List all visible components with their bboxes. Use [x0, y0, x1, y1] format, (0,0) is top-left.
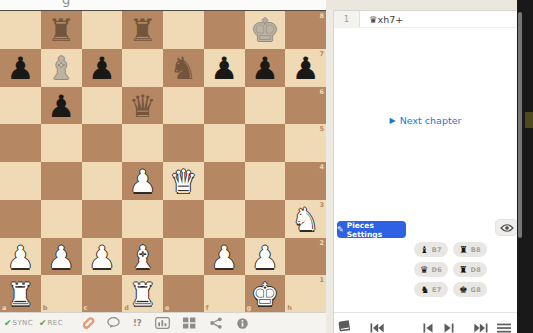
white-pawn-c2[interactable]: ♟ — [82, 238, 123, 276]
panel-footer — [334, 312, 517, 333]
square-label: B8 — [471, 246, 481, 254]
square-f8[interactable] — [204, 11, 245, 49]
piece-glyph: ♜ — [459, 245, 468, 255]
hidden-piece-buttons: ♝B7♜B8♛D6♜D8♞E7♚G8 — [414, 242, 487, 297]
file-label-h: h — [287, 305, 292, 312]
rec-label: REC — [48, 319, 63, 327]
square-h8[interactable]: 8 — [285, 11, 326, 49]
square-c5[interactable] — [82, 124, 123, 162]
sync-toggle[interactable]: ✔ SYNC — [4, 318, 33, 328]
square-c8[interactable] — [82, 11, 123, 49]
square-e1[interactable]: e — [163, 275, 204, 313]
square-a4[interactable] — [0, 162, 41, 200]
comment-bubble-icon[interactable] — [107, 317, 120, 329]
black-pawn-a7[interactable]: ♟ — [0, 49, 41, 87]
file-label-b: b — [43, 305, 48, 312]
black-pawn-b6[interactable]: ♟ — [41, 87, 82, 125]
square-d6[interactable]: ♛ — [122, 87, 163, 125]
square-b8[interactable]: ♜ — [41, 11, 82, 49]
white-pawn-g2[interactable]: ♟ — [245, 238, 286, 276]
square-c3[interactable] — [82, 200, 123, 238]
square-a1[interactable]: a♜ — [0, 275, 41, 313]
ghost-black-rook-d8[interactable]: ♜ — [122, 11, 163, 49]
hidden-piece-button-d6[interactable]: ♛D6 — [414, 262, 448, 277]
hidden-piece-button-b8[interactable]: ♜B8 — [453, 242, 487, 257]
square-a7[interactable]: ♟ — [0, 49, 41, 87]
square-g1[interactable]: g♚ — [245, 275, 286, 313]
square-label: G8 — [471, 286, 481, 294]
ghost-black-queen-d6[interactable]: ♛ — [122, 87, 163, 125]
square-c1[interactable]: c — [82, 275, 123, 313]
move-list-row: 1 ♛xh7+ — [334, 11, 517, 28]
rank-label-2: 2 — [319, 240, 324, 247]
square-d2[interactable]: ♝ — [122, 238, 163, 276]
square-e8[interactable] — [163, 11, 204, 49]
annotation-glyph-icon[interactable]: !? — [133, 318, 142, 328]
page-title-partial: g — [62, 0, 70, 7]
square-g5[interactable] — [245, 124, 286, 162]
square-d1[interactable]: d♜ — [122, 275, 163, 313]
square-label: D8 — [471, 266, 482, 274]
square-f2[interactable]: ♟ — [204, 238, 245, 276]
rank-label-6: 6 — [319, 89, 324, 96]
square-a6[interactable] — [0, 87, 41, 125]
square-f4[interactable] — [204, 162, 245, 200]
black-pawn-g7[interactable]: ♟ — [245, 49, 286, 87]
square-b4[interactable] — [41, 162, 82, 200]
board-grid-icon[interactable] — [183, 317, 196, 329]
chess-board[interactable]: ♜♜♚8♟♝♟♞♟♟7♟♟♛65♟♛43♞♟♟♟♝♟♟2a♜bcd♜efg♚h1 — [0, 10, 326, 312]
panel-top-strip — [326, 0, 517, 10]
book-icon[interactable] — [337, 317, 351, 333]
pieces-settings-label: Pieces Settings — [347, 221, 406, 239]
square-g8[interactable]: ♚ — [245, 11, 286, 49]
edge-highlight — [525, 112, 533, 128]
square-b3[interactable] — [41, 200, 82, 238]
square-a2[interactable]: ♟ — [0, 238, 41, 276]
square-label: E7 — [432, 286, 442, 294]
ghost-black-knight-e7[interactable]: ♞ — [163, 49, 204, 87]
eye-icon — [500, 223, 514, 233]
white-knight-h3[interactable]: ♞ — [285, 200, 326, 238]
next-move-icon[interactable] — [444, 318, 454, 333]
move-san[interactable]: ♛xh7+ — [360, 11, 403, 27]
square-h2[interactable]: 2 — [285, 238, 326, 276]
square-g7[interactable]: ♟ — [245, 49, 286, 87]
rank-label-4: 4 — [319, 164, 324, 171]
visibility-toggle-button[interactable] — [495, 219, 518, 236]
file-label-e: e — [165, 305, 169, 312]
square-f7[interactable]: ♟ — [204, 49, 245, 87]
brush-icon: ✎ — [337, 226, 344, 234]
square-h3[interactable]: 3♞ — [285, 200, 326, 238]
square-c4[interactable] — [82, 162, 123, 200]
app-window: g ♜♜♚8♟♝♟♞♟♟7♟♟♛65♟♛43♞♟♟♟♝♟♟2a♜bcd♜efg♚… — [0, 0, 533, 333]
paperclip-icon[interactable] — [81, 316, 96, 330]
previous-move-icon[interactable] — [423, 318, 433, 333]
next-chapter-label: Next chapter — [400, 115, 462, 126]
square-f3[interactable] — [204, 200, 245, 238]
scrollbar-thumb[interactable] — [518, 12, 522, 238]
square-h7[interactable]: 7♟ — [285, 49, 326, 87]
square-b1[interactable]: b — [41, 275, 82, 313]
white-pawn-f2[interactable]: ♟ — [204, 238, 245, 276]
rec-toggle[interactable]: ✔ REC — [39, 318, 63, 328]
white-pawn-d4[interactable]: ♟ — [122, 162, 163, 200]
board-toolbar: ✔ SYNC ✔ REC !? — [0, 312, 326, 333]
square-c2[interactable]: ♟ — [82, 238, 123, 276]
square-e7[interactable]: ♞ — [163, 49, 204, 87]
ghost-black-rook-b8[interactable]: ♜ — [41, 11, 82, 49]
white-queen-e4[interactable]: ♛ — [163, 162, 204, 200]
black-pawn-h7[interactable]: ♟ — [285, 49, 326, 87]
square-a3[interactable] — [0, 200, 41, 238]
hidden-piece-button-g8[interactable]: ♚G8 — [453, 282, 487, 297]
square-label: D6 — [432, 266, 443, 274]
square-e2[interactable] — [163, 238, 204, 276]
square-e5[interactable] — [163, 124, 204, 162]
white-rook-d1[interactable]: ♜ — [122, 275, 163, 313]
info-icon[interactable] — [237, 318, 248, 329]
page-header-cutoff: g — [0, 0, 326, 10]
square-g6[interactable] — [245, 87, 286, 125]
square-h5[interactable]: 5 — [285, 124, 326, 162]
piece-glyph: ♞ — [420, 285, 429, 295]
file-label-c: c — [84, 305, 88, 312]
square-h6[interactable]: 6 — [285, 87, 326, 125]
square-h4[interactable]: 4 — [285, 162, 326, 200]
chart-icon[interactable] — [155, 317, 170, 329]
square-b5[interactable] — [41, 124, 82, 162]
square-d4[interactable]: ♟ — [122, 162, 163, 200]
square-g2[interactable]: ♟ — [245, 238, 286, 276]
square-f1[interactable]: f — [204, 275, 245, 313]
square-e6[interactable] — [163, 87, 204, 125]
menu-icon[interactable] — [497, 318, 511, 333]
annotation-label: !? — [133, 318, 142, 328]
share-icon[interactable] — [210, 317, 222, 329]
square-c7[interactable]: ♟ — [82, 49, 123, 87]
white-pawn-b2[interactable]: ♟ — [41, 238, 82, 276]
hidden-piece-button-b7[interactable]: ♝B7 — [414, 242, 448, 257]
piece-glyph: ♜ — [459, 265, 468, 275]
square-e3[interactable] — [163, 200, 204, 238]
white-bishop-d2[interactable]: ♝ — [122, 238, 163, 276]
study-panel: 1 ♛xh7+ ▶ Next chapter ✎ Pieces Settings… — [333, 10, 517, 333]
square-c6[interactable] — [82, 87, 123, 125]
piece-glyph: ♚ — [459, 285, 468, 295]
square-g3[interactable] — [245, 200, 286, 238]
sync-label: SYNC — [13, 319, 33, 327]
piece-glyph: ♛ — [420, 265, 429, 275]
browser-edge — [517, 0, 533, 333]
next-chapter-link[interactable]: ▶ Next chapter — [334, 115, 517, 126]
move-number: 1 — [334, 11, 360, 27]
square-e4[interactable]: ♛ — [163, 162, 204, 200]
square-b7[interactable]: ♝ — [41, 49, 82, 87]
pieces-settings-button[interactable]: ✎ Pieces Settings — [337, 221, 406, 238]
square-f5[interactable] — [204, 124, 245, 162]
skip-to-start-icon[interactable] — [370, 318, 384, 333]
square-g4[interactable] — [245, 162, 286, 200]
square-a8[interactable] — [0, 11, 41, 49]
square-h1[interactable]: h1 — [285, 275, 326, 313]
square-b2[interactable]: ♟ — [41, 238, 82, 276]
white-king-g1[interactable]: ♚ — [245, 275, 286, 313]
rank-label-5: 5 — [319, 126, 324, 133]
square-d5[interactable] — [122, 124, 163, 162]
square-d7[interactable] — [122, 49, 163, 87]
hidden-piece-button-d8[interactable]: ♜D8 — [453, 262, 487, 277]
square-d8[interactable]: ♜ — [122, 11, 163, 49]
black-pawn-f7[interactable]: ♟ — [204, 49, 245, 87]
ghost-black-bishop-b7[interactable]: ♝ — [41, 49, 82, 87]
hidden-piece-button-e7[interactable]: ♞E7 — [414, 282, 448, 297]
white-pawn-a2[interactable]: ♟ — [0, 238, 41, 276]
rank-label-8: 8 — [319, 13, 324, 20]
black-pawn-c7[interactable]: ♟ — [82, 49, 123, 87]
square-a5[interactable] — [0, 124, 41, 162]
play-icon: ▶ — [390, 117, 396, 125]
square-b6[interactable]: ♟ — [41, 87, 82, 125]
square-label: B7 — [432, 246, 442, 254]
file-label-f: f — [206, 305, 209, 312]
square-f6[interactable] — [204, 87, 245, 125]
ghost-black-king-g8[interactable]: ♚ — [245, 11, 286, 49]
check-icon: ✔ — [39, 318, 47, 328]
square-d3[interactable] — [122, 200, 163, 238]
piece-glyph: ♝ — [420, 245, 429, 255]
rank-label-1: 1 — [319, 277, 324, 284]
check-icon: ✔ — [4, 318, 12, 328]
white-rook-a1[interactable]: ♜ — [0, 275, 41, 313]
skip-to-end-icon[interactable] — [474, 318, 488, 333]
